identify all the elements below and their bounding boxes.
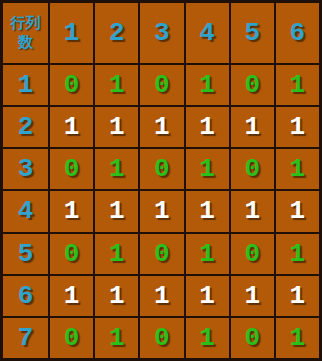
value-cell: 1: [140, 107, 183, 147]
value-cell: 1: [231, 191, 274, 231]
value-cell: 1: [186, 149, 229, 189]
value-cell: 1: [50, 276, 93, 316]
value-cell: 1: [50, 107, 93, 147]
value-cell: 1: [95, 318, 138, 358]
value-cell: 1: [140, 276, 183, 316]
row-header-cell: 7: [3, 318, 48, 358]
value-cell: 1: [140, 191, 183, 231]
value-cell: 1: [95, 107, 138, 147]
column-header-cell: 6: [276, 3, 319, 63]
value-cell: 1: [276, 65, 319, 105]
value-cell: 1: [95, 234, 138, 274]
value-cell: 1: [95, 191, 138, 231]
column-header-cell: 3: [140, 3, 183, 63]
value-cell: 1: [186, 318, 229, 358]
value-cell: 0: [140, 318, 183, 358]
value-cell: 1: [231, 107, 274, 147]
value-cell: 1: [186, 65, 229, 105]
value-cell: 1: [276, 107, 319, 147]
row-header-cell: 3: [3, 149, 48, 189]
column-header-cell: 4: [186, 3, 229, 63]
corner-cell-row-col-label: 行列数: [3, 3, 48, 63]
value-cell: 0: [140, 234, 183, 274]
row-header-cell: 2: [3, 107, 48, 147]
value-cell: 0: [50, 65, 93, 105]
value-cell: 0: [50, 318, 93, 358]
value-cell: 1: [186, 234, 229, 274]
value-cell: 1: [186, 191, 229, 231]
column-header-cell: 1: [50, 3, 93, 63]
value-cell: 0: [50, 149, 93, 189]
corner-label-line2: 数: [18, 33, 33, 52]
value-cell: 1: [276, 318, 319, 358]
value-cell: 1: [186, 276, 229, 316]
value-cell: 0: [231, 318, 274, 358]
value-cell: 0: [140, 65, 183, 105]
value-cell: 1: [276, 191, 319, 231]
row-header-cell: 5: [3, 234, 48, 274]
corner-label-line1: 行列: [11, 14, 41, 33]
value-cell: 0: [140, 149, 183, 189]
value-cell: 1: [231, 276, 274, 316]
value-cell: 1: [276, 276, 319, 316]
value-cell: 1: [95, 149, 138, 189]
value-cell: 0: [231, 149, 274, 189]
value-cell: 0: [231, 65, 274, 105]
column-header-cell: 2: [95, 3, 138, 63]
value-cell: 1: [95, 276, 138, 316]
value-cell: 1: [276, 234, 319, 274]
value-cell: 1: [276, 149, 319, 189]
column-header-cell: 5: [231, 3, 274, 63]
row-header-cell: 6: [3, 276, 48, 316]
board-table: 行列数1234561010101211111130101014111111501…: [0, 0, 322, 361]
value-cell: 1: [95, 65, 138, 105]
value-cell: 0: [231, 234, 274, 274]
value-cell: 1: [50, 191, 93, 231]
value-cell: 0: [50, 234, 93, 274]
value-cell: 1: [186, 107, 229, 147]
row-header-cell: 4: [3, 191, 48, 231]
row-header-cell: 1: [3, 65, 48, 105]
